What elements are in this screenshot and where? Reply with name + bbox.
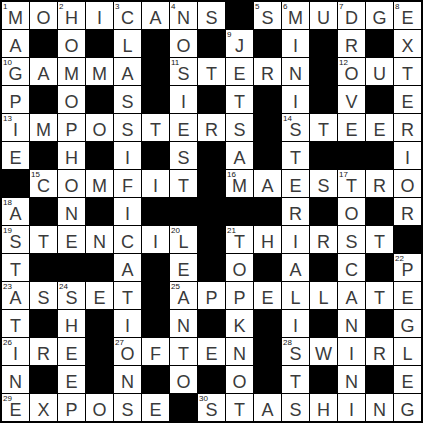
cell-letter: H: [65, 317, 78, 337]
letter-cell[interactable]: T: [282, 366, 309, 393]
cell-letter: M: [288, 9, 303, 29]
block-cell: [366, 142, 393, 169]
block-cell: [394, 226, 421, 253]
letter-cell[interactable]: E: [170, 254, 197, 281]
letter-cell[interactable]: E: [86, 282, 113, 309]
letter-cell[interactable]: G: [394, 394, 421, 421]
letter-cell[interactable]: I: [114, 310, 141, 337]
letter-cell[interactable]: M: [86, 58, 113, 85]
clue-number: 25: [171, 282, 180, 291]
letter-cell[interactable]: I: [338, 394, 365, 421]
clue-number: 4: [171, 2, 175, 11]
cell-letter: T: [150, 121, 161, 141]
block-cell: [366, 30, 393, 57]
letter-cell[interactable]: 29E: [2, 394, 29, 421]
cell-letter: V: [345, 93, 357, 113]
letter-cell[interactable]: N: [226, 338, 253, 365]
letter-cell[interactable]: T: [142, 114, 169, 141]
cell-letter: R: [261, 65, 274, 85]
letter-cell[interactable]: 19S: [2, 226, 29, 253]
letter-cell[interactable]: 5S: [254, 2, 281, 29]
letter-cell[interactable]: 6M: [282, 2, 309, 29]
letter-cell[interactable]: 17T: [338, 170, 365, 197]
letter-cell[interactable]: E: [254, 282, 281, 309]
block-cell: [170, 394, 197, 421]
letter-cell[interactable]: E: [198, 338, 225, 365]
clue-number: 29: [3, 394, 12, 403]
letter-cell[interactable]: 3C: [114, 2, 141, 29]
cell-letter: A: [289, 261, 301, 281]
cell-letter: O: [176, 37, 190, 57]
block-cell: [142, 282, 169, 309]
letter-cell[interactable]: A: [254, 170, 281, 197]
letter-cell[interactable]: L: [394, 338, 421, 365]
cell-letter: S: [345, 233, 357, 253]
letter-cell[interactable]: G: [394, 310, 421, 337]
block-cell: [142, 86, 169, 113]
cell-letter: F: [150, 345, 161, 365]
letter-cell[interactable]: E: [394, 366, 421, 393]
block-cell: [2, 170, 29, 197]
cell-letter: A: [233, 149, 245, 169]
letter-cell[interactable]: I: [282, 30, 309, 57]
letter-cell[interactable]: O: [58, 86, 85, 113]
letter-cell[interactable]: N: [366, 394, 393, 421]
letter-cell[interactable]: A: [114, 254, 141, 281]
block-cell: [338, 142, 365, 169]
cell-letter: N: [9, 373, 22, 393]
letter-cell[interactable]: O: [170, 30, 197, 57]
letter-cell[interactable]: E: [394, 86, 421, 113]
letter-cell[interactable]: E: [170, 114, 197, 141]
cell-letter: A: [261, 177, 273, 197]
cell-letter: X: [37, 401, 49, 421]
letter-cell[interactable]: E: [394, 282, 421, 309]
letter-cell[interactable]: I: [394, 142, 421, 169]
letter-cell[interactable]: O: [394, 170, 421, 197]
clue-number: 24: [59, 282, 68, 291]
letter-cell[interactable]: T: [114, 282, 141, 309]
cell-letter: N: [177, 9, 190, 29]
letter-cell[interactable]: I: [338, 338, 365, 365]
cell-letter: E: [233, 65, 245, 85]
cell-letter: I: [293, 37, 298, 57]
cell-letter: R: [373, 345, 386, 365]
letter-cell[interactable]: O: [226, 254, 253, 281]
cell-letter: S: [205, 401, 217, 421]
letter-cell[interactable]: 4N: [170, 2, 197, 29]
letter-cell[interactable]: O: [58, 30, 85, 57]
letter-cell[interactable]: R: [198, 114, 225, 141]
cell-letter: O: [120, 345, 134, 365]
cell-letter: T: [178, 177, 189, 197]
cell-letter: I: [181, 93, 186, 113]
letter-cell[interactable]: 7D: [338, 2, 365, 29]
clue-number: 12: [339, 58, 348, 67]
cell-letter: R: [345, 37, 358, 57]
letter-cell[interactable]: X: [30, 394, 57, 421]
letter-cell[interactable]: A: [226, 142, 253, 169]
letter-cell[interactable]: I: [282, 226, 309, 253]
block-cell: [310, 254, 337, 281]
cell-letter: I: [13, 345, 18, 365]
letter-cell[interactable]: P: [2, 86, 29, 113]
letter-cell[interactable]: R: [394, 114, 421, 141]
cell-letter: O: [176, 373, 190, 393]
letter-cell[interactable]: O: [226, 366, 253, 393]
cell-letter: A: [9, 37, 21, 57]
cell-letter: T: [374, 233, 385, 253]
letter-cell[interactable]: R: [366, 338, 393, 365]
letter-cell[interactable]: 16M: [226, 170, 253, 197]
cell-letter: O: [232, 373, 246, 393]
cell-letter: N: [289, 65, 302, 85]
cell-letter: L: [122, 37, 132, 57]
cell-letter: T: [346, 177, 357, 197]
letter-cell[interactable]: I: [114, 198, 141, 225]
letter-cell[interactable]: T: [310, 114, 337, 141]
letter-cell[interactable]: N: [114, 366, 141, 393]
letter-cell[interactable]: 1M: [2, 2, 29, 29]
letter-cell[interactable]: E: [58, 226, 85, 253]
cell-letter: A: [9, 289, 21, 309]
block-cell: [86, 310, 113, 337]
letter-cell[interactable]: H: [310, 394, 337, 421]
clue-number: 20: [171, 226, 180, 235]
block-cell: [142, 30, 169, 57]
cell-letter: S: [121, 401, 133, 421]
letter-cell[interactable]: S: [114, 394, 141, 421]
letter-cell[interactable]: E: [2, 142, 29, 169]
letter-cell[interactable]: V: [338, 86, 365, 113]
cell-letter: D: [345, 9, 358, 29]
cell-letter: S: [37, 289, 49, 309]
clue-number: 1: [3, 2, 7, 11]
letter-cell[interactable]: N: [282, 58, 309, 85]
letter-cell[interactable]: R: [30, 338, 57, 365]
letter-cell[interactable]: M: [30, 114, 57, 141]
letter-cell[interactable]: N: [338, 310, 365, 337]
letter-cell[interactable]: N: [86, 226, 113, 253]
cell-letter: O: [92, 401, 106, 421]
letter-cell[interactable]: L: [310, 282, 337, 309]
cell-letter: E: [65, 345, 77, 365]
letter-cell[interactable]: L: [282, 282, 309, 309]
letter-cell[interactable]: O: [86, 394, 113, 421]
letter-cell[interactable]: E: [338, 114, 365, 141]
letter-cell[interactable]: S: [114, 114, 141, 141]
cell-letter: E: [289, 177, 301, 197]
letter-cell[interactable]: T: [394, 58, 421, 85]
cell-letter: N: [345, 373, 358, 393]
block-cell: [310, 142, 337, 169]
block-cell: [30, 86, 57, 113]
clue-number: 18: [3, 198, 12, 207]
letter-cell[interactable]: R: [282, 198, 309, 225]
cell-letter: N: [373, 401, 386, 421]
cell-letter: S: [121, 121, 133, 141]
letter-cell[interactable]: W: [310, 338, 337, 365]
cell-letter: G: [8, 65, 22, 85]
letter-cell[interactable]: 8E: [394, 2, 421, 29]
letter-cell[interactable]: 20L: [170, 226, 197, 253]
letter-cell[interactable]: G: [366, 2, 393, 29]
block-cell: [310, 86, 337, 113]
cell-letter: P: [401, 261, 413, 281]
letter-cell[interactable]: T: [170, 170, 197, 197]
letter-cell[interactable]: I: [282, 310, 309, 337]
clue-number: 22: [395, 254, 404, 263]
letter-cell[interactable]: 30S: [198, 394, 225, 421]
letter-cell[interactable]: 25A: [170, 282, 197, 309]
cell-letter: E: [65, 373, 77, 393]
letter-cell[interactable]: T: [170, 338, 197, 365]
letter-cell[interactable]: F: [142, 338, 169, 365]
letter-cell[interactable]: A: [254, 394, 281, 421]
cell-letter: T: [402, 65, 413, 85]
cell-letter: M: [232, 177, 247, 197]
cell-letter: C: [121, 9, 134, 29]
clue-number: 5: [255, 2, 259, 11]
clue-number: 8: [395, 2, 399, 11]
cell-letter: S: [289, 401, 301, 421]
cell-letter: E: [373, 121, 385, 141]
cell-letter: T: [10, 261, 21, 281]
letter-cell[interactable]: M: [58, 58, 85, 85]
cell-letter: R: [401, 121, 414, 141]
cell-letter: H: [317, 401, 330, 421]
letter-cell[interactable]: N: [58, 198, 85, 225]
letter-cell[interactable]: T: [282, 142, 309, 169]
cell-letter: A: [177, 289, 189, 309]
cell-letter: T: [10, 317, 21, 337]
clue-number: 14: [283, 114, 292, 123]
letter-cell[interactable]: I: [114, 142, 141, 169]
letter-cell[interactable]: A: [30, 58, 57, 85]
block-cell: [30, 30, 57, 57]
block-cell: [30, 366, 57, 393]
block-cell: [30, 142, 57, 169]
cell-letter: O: [64, 93, 78, 113]
letter-cell[interactable]: 21T: [226, 226, 253, 253]
letter-cell[interactable]: 12O: [338, 58, 365, 85]
letter-cell[interactable]: I: [142, 170, 169, 197]
letter-cell[interactable]: O: [338, 198, 365, 225]
letter-cell[interactable]: X: [394, 30, 421, 57]
letter-cell[interactable]: I: [282, 86, 309, 113]
letter-cell[interactable]: O: [58, 170, 85, 197]
cell-letter: K: [233, 317, 245, 337]
cell-letter: R: [373, 177, 386, 197]
letter-cell[interactable]: 11S: [170, 58, 197, 85]
cell-letter: P: [233, 289, 245, 309]
letter-cell[interactable]: I: [142, 226, 169, 253]
cell-letter: T: [374, 289, 385, 309]
clue-number: 10: [3, 58, 12, 67]
clue-number: 3: [115, 2, 119, 11]
letter-cell[interactable]: 14S: [282, 114, 309, 141]
cell-letter: I: [293, 93, 298, 113]
cell-letter: S: [205, 9, 217, 29]
cell-letter: A: [149, 9, 161, 29]
letter-cell[interactable]: S: [282, 394, 309, 421]
letter-cell[interactable]: E: [282, 170, 309, 197]
cell-letter: I: [125, 205, 130, 225]
cell-letter: M: [92, 65, 107, 85]
letter-cell[interactable]: T: [226, 394, 253, 421]
cell-letter: E: [65, 233, 77, 253]
letter-cell[interactable]: A: [282, 254, 309, 281]
cell-letter: T: [234, 401, 245, 421]
cell-letter: A: [261, 401, 273, 421]
letter-cell[interactable]: 18A: [2, 198, 29, 225]
letter-cell[interactable]: U: [310, 2, 337, 29]
cell-letter: E: [401, 289, 413, 309]
letter-cell[interactable]: H: [58, 142, 85, 169]
letter-cell[interactable]: I: [86, 2, 113, 29]
letter-cell[interactable]: I: [170, 86, 197, 113]
cell-letter: I: [349, 401, 354, 421]
letter-cell[interactable]: N: [170, 310, 197, 337]
cell-letter: E: [401, 373, 413, 393]
letter-cell[interactable]: U: [366, 58, 393, 85]
letter-cell[interactable]: 24S: [58, 282, 85, 309]
cell-letter: E: [177, 261, 189, 281]
letter-cell[interactable]: K: [226, 310, 253, 337]
cell-letter: R: [37, 345, 50, 365]
cell-letter: I: [405, 149, 410, 169]
letter-cell[interactable]: S: [198, 2, 225, 29]
cell-letter: E: [261, 289, 273, 309]
letter-cell[interactable]: A: [2, 30, 29, 57]
letter-cell[interactable]: O: [170, 366, 197, 393]
cell-letter: I: [293, 317, 298, 337]
letter-cell[interactable]: N: [2, 366, 29, 393]
letter-cell[interactable]: F: [114, 170, 141, 197]
letter-cell[interactable]: R: [338, 30, 365, 57]
letter-cell[interactable]: P: [58, 394, 85, 421]
cell-letter: O: [232, 261, 246, 281]
cell-letter: N: [345, 317, 358, 337]
cell-letter: O: [92, 121, 106, 141]
letter-cell[interactable]: 2H: [58, 2, 85, 29]
letter-cell[interactable]: S: [30, 282, 57, 309]
clue-number: 11: [171, 58, 179, 67]
letter-cell[interactable]: T: [366, 226, 393, 253]
letter-cell[interactable]: E: [142, 394, 169, 421]
letter-cell[interactable]: S: [226, 114, 253, 141]
block-cell: [30, 310, 57, 337]
letter-cell[interactable]: 15C: [30, 170, 57, 197]
letter-cell[interactable]: R: [394, 198, 421, 225]
letter-cell[interactable]: 23A: [2, 282, 29, 309]
letter-cell[interactable]: E: [366, 114, 393, 141]
letter-cell[interactable]: T: [2, 254, 29, 281]
cell-letter: M: [92, 177, 107, 197]
cell-letter: S: [289, 345, 301, 365]
letter-cell[interactable]: 26I: [2, 338, 29, 365]
crossword-grid: 1MO2HI3CA4NS5S6MU7DG8EAOLO9JIRX10GAMMA11…: [0, 0, 423, 423]
letter-cell[interactable]: S: [338, 226, 365, 253]
letter-cell[interactable]: R: [366, 170, 393, 197]
letter-cell[interactable]: 27O: [114, 338, 141, 365]
letter-cell[interactable]: P: [226, 282, 253, 309]
cell-letter: C: [121, 233, 134, 253]
cell-letter: E: [9, 401, 21, 421]
block-cell: [310, 30, 337, 57]
block-cell: [226, 198, 253, 225]
letter-cell[interactable]: T: [2, 310, 29, 337]
letter-cell[interactable]: E: [58, 366, 85, 393]
letter-cell[interactable]: N: [338, 366, 365, 393]
block-cell: [86, 30, 113, 57]
cell-letter: R: [205, 121, 218, 141]
letter-cell[interactable]: S: [170, 142, 197, 169]
letter-cell[interactable]: S: [114, 86, 141, 113]
letter-cell[interactable]: P: [198, 282, 225, 309]
letter-cell[interactable]: 28S: [282, 338, 309, 365]
letter-cell[interactable]: A: [114, 58, 141, 85]
letter-cell[interactable]: 9J: [226, 30, 253, 57]
letter-cell[interactable]: E: [58, 338, 85, 365]
cell-letter: F: [122, 177, 133, 197]
letter-cell[interactable]: O: [30, 2, 57, 29]
letter-cell[interactable]: H: [254, 226, 281, 253]
letter-cell[interactable]: P: [58, 114, 85, 141]
letter-cell[interactable]: C: [114, 226, 141, 253]
block-cell: [86, 338, 113, 365]
cell-letter: H: [65, 149, 78, 169]
letter-cell[interactable]: T: [30, 226, 57, 253]
cell-letter: X: [401, 37, 413, 57]
letter-cell[interactable]: 13I: [2, 114, 29, 141]
cell-letter: I: [153, 233, 158, 253]
cell-letter: I: [349, 345, 354, 365]
letter-cell[interactable]: T: [366, 282, 393, 309]
letter-cell[interactable]: 10G: [2, 58, 29, 85]
cell-letter: O: [36, 9, 50, 29]
letter-cell[interactable]: 22P: [394, 254, 421, 281]
letter-cell[interactable]: A: [142, 2, 169, 29]
letter-cell[interactable]: E: [226, 58, 253, 85]
cell-letter: L: [290, 289, 300, 309]
clue-number: 9: [227, 30, 231, 39]
cell-letter: H: [65, 9, 78, 29]
block-cell: [86, 198, 113, 225]
cell-letter: S: [9, 233, 21, 253]
letter-cell[interactable]: L: [114, 30, 141, 57]
letter-cell[interactable]: M: [86, 170, 113, 197]
letter-cell[interactable]: R: [254, 58, 281, 85]
letter-cell[interactable]: S: [310, 170, 337, 197]
block-cell: [198, 198, 225, 225]
clue-number: 27: [115, 338, 124, 347]
letter-cell[interactable]: R: [310, 226, 337, 253]
letter-cell[interactable]: T: [198, 58, 225, 85]
letter-cell[interactable]: A: [338, 282, 365, 309]
cell-letter: S: [177, 65, 189, 85]
cell-letter: P: [65, 401, 77, 421]
letter-cell[interactable]: T: [226, 86, 253, 113]
letter-cell[interactable]: O: [86, 114, 113, 141]
cell-letter: I: [293, 233, 298, 253]
cell-letter: L: [402, 345, 412, 365]
cell-letter: E: [9, 149, 21, 169]
letter-cell[interactable]: C: [338, 254, 365, 281]
cell-letter: T: [234, 233, 245, 253]
letter-cell[interactable]: H: [58, 310, 85, 337]
clue-number: 2: [59, 2, 63, 11]
